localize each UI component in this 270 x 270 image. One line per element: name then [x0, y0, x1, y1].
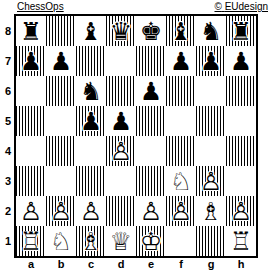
piece-white-pawn: ♟♙	[170, 199, 192, 224]
piece-white-knight: ♞♘	[170, 169, 192, 194]
piece-white-queen: ♛♕	[110, 229, 132, 254]
board-square: ♟♙	[76, 196, 106, 226]
piece-white-rook: ♜♖	[230, 229, 252, 254]
board-square	[136, 46, 166, 76]
board-square: ♟♙	[46, 196, 76, 226]
file-labels: abcdefgh	[16, 258, 270, 270]
board-square	[226, 106, 256, 136]
board-square	[16, 76, 46, 106]
board-square: ♜	[226, 16, 256, 46]
file-label: c	[76, 258, 106, 270]
piece-black-knight: ♞	[200, 19, 222, 44]
board-square	[106, 166, 136, 196]
board-square	[196, 226, 226, 256]
piece-black-king: ♚	[140, 19, 162, 44]
board-square	[106, 76, 136, 106]
board-square: ♟	[136, 76, 166, 106]
piece-black-bishop: ♝	[80, 19, 102, 44]
piece-white-king: ♚♔	[140, 229, 162, 254]
board-square: ♛	[106, 16, 136, 46]
piece-black-bishop: ♝	[170, 19, 192, 44]
piece-white-pawn: ♟♙	[50, 199, 72, 224]
board-square	[16, 106, 46, 136]
board-square	[16, 166, 46, 196]
piece-white-rook: ♜♖	[20, 229, 42, 254]
rank-label: 7	[0, 46, 14, 76]
board-square	[136, 106, 166, 136]
board-square	[166, 76, 196, 106]
board-square: ♜	[16, 16, 46, 46]
chess-board: ♜♝♛♚♝♞♜♟♟♟♟♟♞♟♟♟♟♙♞♘♟♙♟♙♟♙♟♙♟♙♟♙♝♗♟♙♜♖♞♘…	[14, 14, 258, 258]
board-square	[136, 136, 166, 166]
piece-white-pawn: ♟♙	[230, 199, 252, 224]
board-square	[46, 76, 76, 106]
board-square: ♜♖	[226, 226, 256, 256]
file-label: f	[166, 258, 196, 270]
board-square: ♟♙	[16, 196, 46, 226]
board-square: ♟	[76, 106, 106, 136]
board-square: ♝♗	[196, 196, 226, 226]
piece-black-rook: ♜	[20, 19, 42, 44]
piece-black-knight: ♞	[80, 79, 102, 104]
board-square	[196, 76, 226, 106]
board-square: ♟♙	[226, 196, 256, 226]
board-square	[46, 166, 76, 196]
rank-labels: 87654321	[0, 16, 14, 258]
board-square: ♟♙	[196, 166, 226, 196]
piece-white-bishop: ♝♗	[200, 199, 222, 224]
board-square	[106, 196, 136, 226]
piece-white-pawn: ♟♙	[140, 199, 162, 224]
board-square: ♟♙	[136, 196, 166, 226]
board-square: ♞	[76, 76, 106, 106]
board-square: ♟♙	[166, 196, 196, 226]
chessops-link[interactable]: ChessOps	[17, 1, 64, 13]
board-square: ♟	[226, 46, 256, 76]
rank-label: 5	[0, 106, 14, 136]
board-square: ♝	[166, 16, 196, 46]
board-square	[46, 136, 76, 166]
rank-label: 2	[0, 196, 14, 226]
board-square	[226, 166, 256, 196]
board-square	[166, 136, 196, 166]
board-square: ♟	[196, 46, 226, 76]
board-square: ♟	[46, 46, 76, 76]
file-label: d	[106, 258, 136, 270]
board-square	[166, 226, 196, 256]
piece-white-pawn: ♟♙	[80, 199, 102, 224]
board-square	[76, 46, 106, 76]
piece-black-rook: ♜	[230, 19, 252, 44]
board-square	[46, 16, 76, 46]
board-square	[76, 166, 106, 196]
board-square: ♛♕	[106, 226, 136, 256]
piece-white-pawn: ♟♙	[110, 139, 132, 164]
rank-label: 3	[0, 166, 14, 196]
piece-black-pawn: ♟	[110, 109, 132, 134]
piece-white-bishop: ♝♗	[80, 229, 102, 254]
board-square	[226, 136, 256, 166]
credit-name: EUdesign	[225, 1, 268, 12]
board-square: ♟	[106, 106, 136, 136]
board-square: ♟	[16, 46, 46, 76]
board-square: ♝	[76, 16, 106, 46]
credit-link[interactable]: © EUdesign	[214, 1, 268, 13]
board-square: ♞♘	[166, 166, 196, 196]
board-square: ♝♗	[76, 226, 106, 256]
piece-black-pawn: ♟	[170, 49, 192, 74]
piece-black-pawn: ♟	[230, 49, 252, 74]
rank-label: 8	[0, 16, 14, 46]
file-label: g	[196, 258, 226, 270]
board-square: ♞	[196, 16, 226, 46]
board-square: ♟	[166, 46, 196, 76]
board-square	[76, 136, 106, 166]
board-area: 87654321 ♜♝♛♚♝♞♜♟♟♟♟♟♞♟♟♟♟♙♞♘♟♙♟♙♟♙♟♙♟♙♟…	[0, 14, 270, 258]
header: ChessOps © EUdesign	[0, 0, 270, 14]
piece-black-pawn: ♟	[20, 49, 42, 74]
piece-black-queen: ♛	[110, 19, 132, 44]
board-square	[226, 76, 256, 106]
board-square: ♚♔	[136, 226, 166, 256]
piece-black-pawn: ♟	[80, 109, 102, 134]
board-square	[166, 106, 196, 136]
board-square: ♞♘	[46, 226, 76, 256]
file-label: b	[46, 258, 76, 270]
board-square	[106, 46, 136, 76]
piece-white-pawn: ♟♙	[200, 169, 222, 194]
board-square: ♚	[136, 16, 166, 46]
piece-white-pawn: ♟♙	[20, 199, 42, 224]
copyright-symbol: ©	[214, 1, 221, 12]
rank-label: 1	[0, 226, 14, 256]
board-square: ♜♖	[16, 226, 46, 256]
board-square	[196, 136, 226, 166]
board-square	[16, 136, 46, 166]
rank-label: 6	[0, 76, 14, 106]
board-square	[136, 166, 166, 196]
rank-label: 4	[0, 136, 14, 166]
file-label: e	[136, 258, 166, 270]
file-label: h	[226, 258, 256, 270]
file-label: a	[16, 258, 46, 270]
piece-black-pawn: ♟	[200, 49, 222, 74]
piece-white-knight: ♞♘	[50, 229, 72, 254]
board-square	[196, 106, 226, 136]
board-square	[46, 106, 76, 136]
board-square: ♟♙	[106, 136, 136, 166]
piece-black-pawn: ♟	[50, 49, 72, 74]
piece-black-pawn: ♟	[140, 79, 162, 104]
